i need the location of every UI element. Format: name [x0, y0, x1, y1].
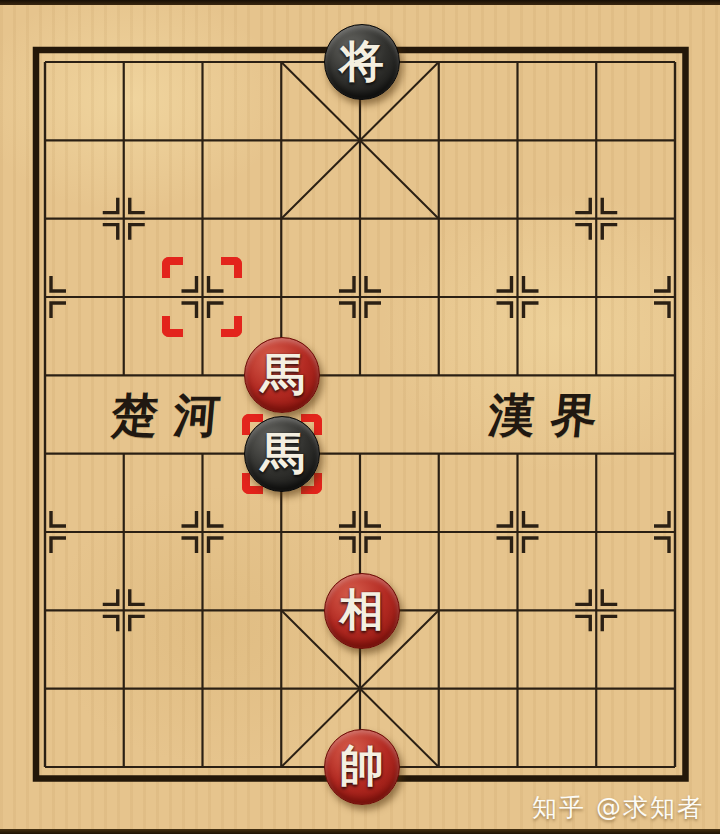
marker-corner-bl: [162, 316, 183, 337]
marker-corner-br: [221, 316, 242, 337]
piece-glyph: 相: [340, 588, 384, 632]
river-label-han-jie: 漢界: [487, 390, 615, 440]
photo-bottom-edge: [0, 829, 720, 834]
marker-corner-tl: [162, 257, 183, 278]
river-label-chu-he: 楚河: [110, 390, 238, 440]
piece-black-general[interactable]: 将: [324, 24, 400, 100]
marker-corner-tr: [221, 257, 242, 278]
piece-red-elephant[interactable]: 相: [324, 573, 400, 649]
piece-glyph: 馬: [260, 431, 304, 475]
piece-glyph: 帥: [340, 744, 384, 788]
piece-glyph: 将: [340, 39, 384, 83]
watermark-zhihu: 知乎 @求知者: [532, 791, 704, 824]
last-move-marker-from: [162, 257, 242, 337]
piece-red-horse[interactable]: 馬: [244, 337, 320, 413]
piece-red-general[interactable]: 帥: [324, 729, 400, 805]
piece-glyph: 馬: [260, 352, 304, 396]
photo-top-edge: [0, 0, 720, 5]
